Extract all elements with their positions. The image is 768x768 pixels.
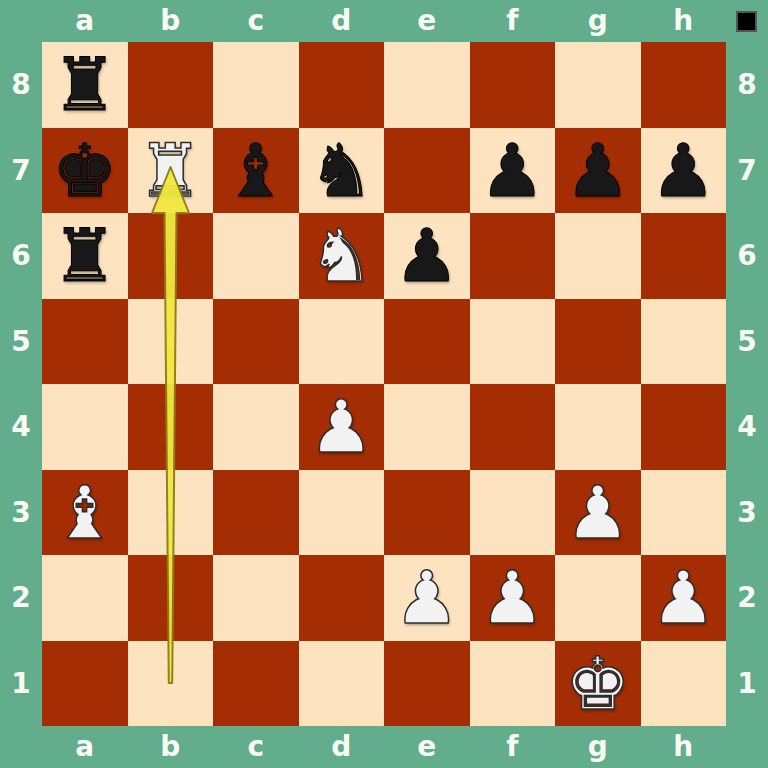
file-label-d-top: d: [299, 0, 385, 42]
square-c6[interactable]: [213, 213, 299, 299]
square-c1[interactable]: [213, 641, 299, 727]
rank-label-8-left: 8: [0, 42, 42, 128]
file-label-c-bottom: c: [213, 726, 299, 768]
black-to-move-indicator: [736, 11, 757, 32]
square-a2[interactable]: [42, 555, 128, 641]
square-h6[interactable]: [641, 213, 727, 299]
chess-board: ♜♚♜♝♞♟♟♟♜♞♟♟♝♟♟♟♟♚: [42, 42, 726, 726]
square-a5[interactable]: [42, 299, 128, 385]
square-c3[interactable]: [213, 470, 299, 556]
square-h5[interactable]: [641, 299, 727, 385]
square-d1[interactable]: [299, 641, 385, 727]
file-label-f-top: f: [470, 0, 556, 42]
rank-label-6-left: 6: [0, 213, 42, 299]
file-labels-bottom: abcdefgh: [42, 726, 726, 768]
square-h8[interactable]: [641, 42, 727, 128]
rank-labels-left: 87654321: [0, 42, 42, 726]
black-rook-a8: ♜: [52, 48, 117, 121]
white-pawn-d4: ♟: [309, 390, 374, 463]
square-b2[interactable]: [128, 555, 214, 641]
file-label-e-bottom: e: [384, 726, 470, 768]
white-king-g1: ♚: [565, 647, 630, 720]
square-g2[interactable]: [555, 555, 641, 641]
square-b3[interactable]: [128, 470, 214, 556]
square-g8[interactable]: [555, 42, 641, 128]
black-rook-a6: ♜: [52, 219, 117, 292]
file-label-h-top: h: [641, 0, 727, 42]
square-f5[interactable]: [470, 299, 556, 385]
square-a7[interactable]: ♚: [42, 128, 128, 214]
white-pawn-e2: ♟: [394, 561, 459, 634]
square-b1[interactable]: [128, 641, 214, 727]
square-c8[interactable]: [213, 42, 299, 128]
square-g3[interactable]: ♟: [555, 470, 641, 556]
rank-label-2-left: 2: [0, 555, 42, 641]
square-b8[interactable]: [128, 42, 214, 128]
rank-label-3-left: 3: [0, 470, 42, 556]
square-f4[interactable]: [470, 384, 556, 470]
rank-label-1-left: 1: [0, 641, 42, 727]
square-g4[interactable]: [555, 384, 641, 470]
square-c5[interactable]: [213, 299, 299, 385]
file-label-b-bottom: b: [128, 726, 214, 768]
rank-label-2-right: 2: [726, 555, 768, 641]
square-d4[interactable]: ♟: [299, 384, 385, 470]
square-b4[interactable]: [128, 384, 214, 470]
square-e8[interactable]: [384, 42, 470, 128]
square-b5[interactable]: [128, 299, 214, 385]
black-pawn-f7: ♟: [480, 134, 545, 207]
file-label-g-bottom: g: [555, 726, 641, 768]
rank-label-7-right: 7: [726, 128, 768, 214]
rank-label-5-left: 5: [0, 299, 42, 385]
square-e4[interactable]: [384, 384, 470, 470]
square-c7[interactable]: ♝: [213, 128, 299, 214]
square-d6[interactable]: ♞: [299, 213, 385, 299]
rank-label-5-right: 5: [726, 299, 768, 385]
rank-label-7-left: 7: [0, 128, 42, 214]
square-d7[interactable]: ♞: [299, 128, 385, 214]
square-h3[interactable]: [641, 470, 727, 556]
black-pawn-e6: ♟: [394, 219, 459, 292]
square-f7[interactable]: ♟: [470, 128, 556, 214]
file-label-g-top: g: [555, 0, 641, 42]
square-f6[interactable]: [470, 213, 556, 299]
square-e2[interactable]: ♟: [384, 555, 470, 641]
square-g6[interactable]: [555, 213, 641, 299]
file-label-b-top: b: [128, 0, 214, 42]
white-pawn-f2: ♟: [480, 561, 545, 634]
rank-label-3-right: 3: [726, 470, 768, 556]
square-f8[interactable]: [470, 42, 556, 128]
file-label-f-bottom: f: [470, 726, 556, 768]
square-f1[interactable]: [470, 641, 556, 727]
square-a3[interactable]: ♝: [42, 470, 128, 556]
file-label-a-bottom: a: [42, 726, 128, 768]
rank-label-8-right: 8: [726, 42, 768, 128]
square-d5[interactable]: [299, 299, 385, 385]
square-a4[interactable]: [42, 384, 128, 470]
square-c4[interactable]: [213, 384, 299, 470]
rank-label-4-left: 4: [0, 384, 42, 470]
square-e7[interactable]: [384, 128, 470, 214]
black-knight-d7: ♞: [309, 134, 374, 207]
file-label-a-top: a: [42, 0, 128, 42]
square-h1[interactable]: [641, 641, 727, 727]
black-pawn-g7: ♟: [565, 134, 630, 207]
square-e6[interactable]: ♟: [384, 213, 470, 299]
white-pawn-g3: ♟: [565, 476, 630, 549]
square-b7[interactable]: ♜: [128, 128, 214, 214]
square-h7[interactable]: ♟: [641, 128, 727, 214]
square-f3[interactable]: [470, 470, 556, 556]
square-b6[interactable]: [128, 213, 214, 299]
square-e5[interactable]: [384, 299, 470, 385]
black-king-a7: ♚: [52, 134, 117, 207]
square-e1[interactable]: [384, 641, 470, 727]
file-label-d-bottom: d: [299, 726, 385, 768]
white-pawn-h2: ♟: [651, 561, 716, 634]
square-h2[interactable]: ♟: [641, 555, 727, 641]
square-g7[interactable]: ♟: [555, 128, 641, 214]
file-label-c-top: c: [213, 0, 299, 42]
square-c2[interactable]: [213, 555, 299, 641]
rank-label-4-right: 4: [726, 384, 768, 470]
rank-label-6-right: 6: [726, 213, 768, 299]
square-f2[interactable]: ♟: [470, 555, 556, 641]
file-label-h-bottom: h: [641, 726, 727, 768]
square-e3[interactable]: [384, 470, 470, 556]
black-pawn-h7: ♟: [651, 134, 716, 207]
white-knight-d6: ♞: [309, 219, 374, 292]
white-rook-b7: ♜: [138, 134, 203, 207]
square-a6[interactable]: ♜: [42, 213, 128, 299]
white-bishop-a3: ♝: [52, 476, 117, 549]
square-h4[interactable]: [641, 384, 727, 470]
chess-board-app: abcdefgh abcdefgh 87654321 87654321 ♜♚♜♝…: [0, 0, 768, 768]
square-d8[interactable]: [299, 42, 385, 128]
square-a8[interactable]: ♜: [42, 42, 128, 128]
square-d2[interactable]: [299, 555, 385, 641]
square-g1[interactable]: ♚: [555, 641, 641, 727]
file-label-e-top: e: [384, 0, 470, 42]
rank-labels-right: 87654321: [726, 42, 768, 726]
square-a1[interactable]: [42, 641, 128, 727]
black-bishop-c7: ♝: [223, 134, 288, 207]
square-d3[interactable]: [299, 470, 385, 556]
square-g5[interactable]: [555, 299, 641, 385]
file-labels-top: abcdefgh: [42, 0, 726, 42]
rank-label-1-right: 1: [726, 641, 768, 727]
